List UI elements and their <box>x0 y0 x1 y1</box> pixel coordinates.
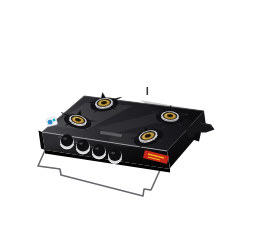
panel-mark-3 <box>90 147 93 148</box>
product-photo-stage <box>0 0 255 250</box>
panel-mark-2 <box>74 142 77 143</box>
gas-stove-illustration <box>0 0 255 250</box>
rear-jet-stub <box>147 87 149 95</box>
panel-mark-1 <box>58 137 61 138</box>
